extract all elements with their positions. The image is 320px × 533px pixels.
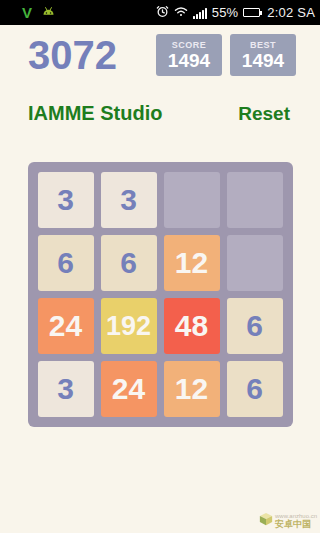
best-label: BEST bbox=[250, 40, 276, 51]
signal-strength-icon bbox=[193, 7, 207, 19]
android-robot-icon bbox=[41, 4, 56, 21]
cube-icon bbox=[259, 512, 273, 530]
score-group: SCORE 1494 BEST 1494 bbox=[156, 34, 296, 76]
score-label: SCORE bbox=[172, 40, 207, 51]
header: 3072 SCORE 1494 BEST 1494 bbox=[0, 25, 320, 76]
wifi-icon bbox=[174, 5, 188, 20]
best-value: 1494 bbox=[242, 51, 284, 71]
page-title: 3072 bbox=[28, 34, 117, 76]
tile-r2c2: 6 bbox=[101, 235, 157, 291]
tile-r4c2: 24 bbox=[101, 361, 157, 417]
clock-text: 2:02 SA bbox=[267, 5, 315, 20]
battery-percent-text: 55% bbox=[212, 5, 239, 20]
tile-r2c1: 6 bbox=[38, 235, 94, 291]
reset-button[interactable]: Reset bbox=[238, 103, 290, 125]
status-bar-left: V bbox=[22, 4, 56, 21]
alarm-clock-icon bbox=[156, 5, 169, 21]
subheader: IAMME Studio Reset bbox=[0, 102, 320, 125]
watermark-text: www.anzhuo.cn 安卓中国 bbox=[275, 513, 317, 529]
tile-r1c1: 3 bbox=[38, 172, 94, 228]
best-box: BEST 1494 bbox=[230, 34, 296, 76]
tile-r4c3: 12 bbox=[164, 361, 220, 417]
tile-r1c2: 3 bbox=[101, 172, 157, 228]
empty-cell-r1c4 bbox=[227, 172, 283, 228]
score-box: SCORE 1494 bbox=[156, 34, 222, 76]
tile-r3c4: 6 bbox=[227, 298, 283, 354]
tile-r3c3: 48 bbox=[164, 298, 220, 354]
tile-r3c1: 24 bbox=[38, 298, 94, 354]
tile-r3c2: 192 bbox=[101, 298, 157, 354]
score-value: 1494 bbox=[168, 51, 210, 71]
carrier-v-logo: V bbox=[22, 4, 32, 21]
studio-name: IAMME Studio bbox=[28, 102, 162, 125]
tile-r4c4: 6 bbox=[227, 361, 283, 417]
watermark: www.anzhuo.cn 安卓中国 bbox=[259, 512, 317, 530]
status-bar: V bbox=[0, 0, 320, 25]
tile-r4c1: 3 bbox=[38, 361, 94, 417]
game-board[interactable]: 3 3 6 6 12 24 192 48 6 3 24 12 6 bbox=[28, 162, 293, 427]
empty-cell-r2c4 bbox=[227, 235, 283, 291]
tile-r2c3: 12 bbox=[164, 235, 220, 291]
status-bar-right: 55% 2:02 SA bbox=[156, 5, 315, 21]
watermark-caption: 安卓中国 bbox=[275, 520, 317, 529]
empty-cell-r1c3 bbox=[164, 172, 220, 228]
battery-icon bbox=[243, 8, 262, 17]
